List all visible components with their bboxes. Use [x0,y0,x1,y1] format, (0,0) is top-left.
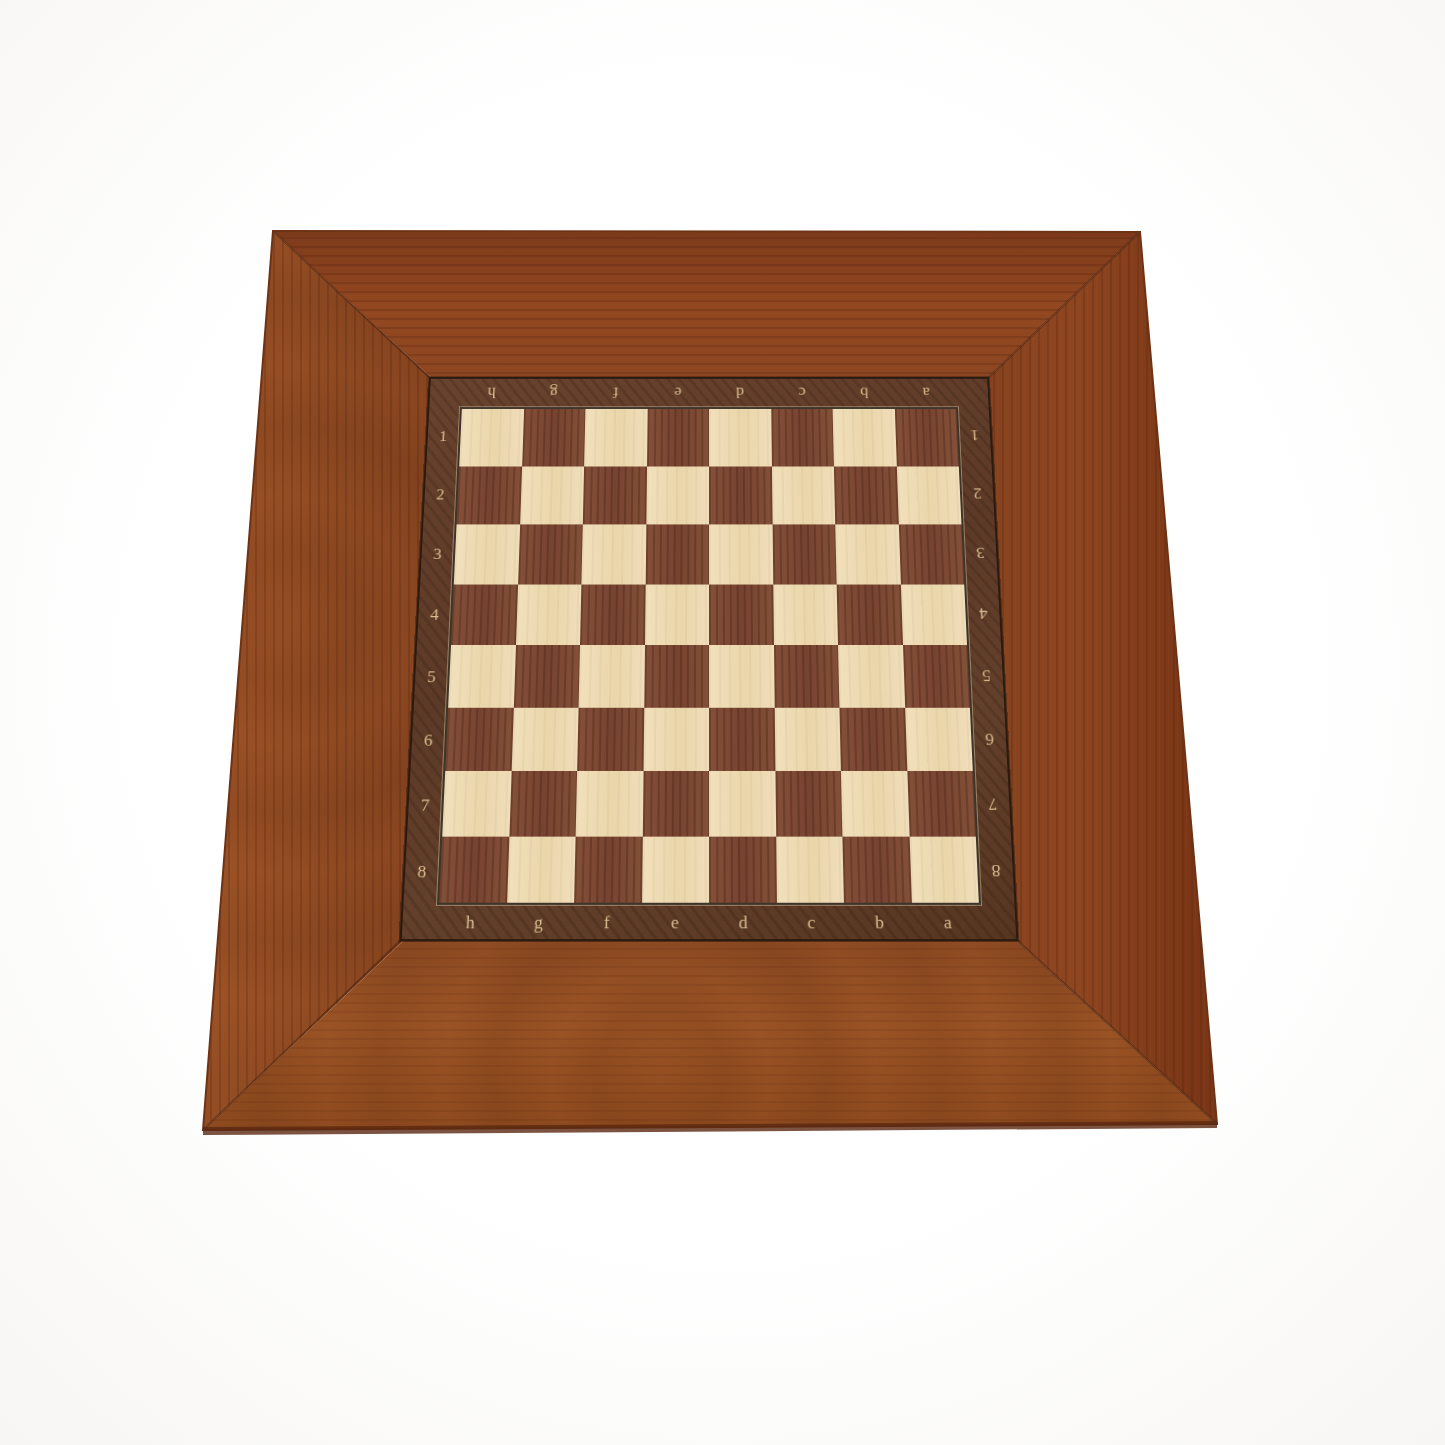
photo-canvas: hgfedcba hgfedcba 12345678 12345678 [0,0,1445,1445]
square-h7[interactable] [442,771,511,836]
rank-label-right-6: 6 [972,708,1008,772]
square-a5[interactable] [903,645,970,707]
square-c3[interactable] [772,524,836,584]
square-b8[interactable] [842,836,911,903]
square-c4[interactable] [773,584,838,645]
rank-label-right-4: 4 [966,584,1001,645]
square-b3[interactable] [835,524,900,584]
square-e1[interactable] [647,409,709,466]
square-e3[interactable] [645,524,709,584]
square-f8[interactable] [574,836,642,903]
square-g7[interactable] [509,771,577,836]
file-label-top-f: f [585,379,648,407]
chess-board: hgfedcba hgfedcba 12345678 12345678 [399,377,1018,941]
square-c5[interactable] [774,645,840,707]
rank-label-right-5: 5 [969,645,1004,708]
file-label-bottom-b: b [845,905,914,939]
square-g1[interactable] [522,409,586,466]
square-g3[interactable] [518,524,583,584]
square-f6[interactable] [577,707,644,771]
rank-label-right-8: 8 [978,838,1015,905]
file-label-top-g: g [522,379,585,407]
file-labels-bottom: hgfedcba [435,905,982,939]
square-h1[interactable] [459,409,523,466]
square-d3[interactable] [709,524,773,584]
square-c7[interactable] [775,771,842,836]
rank-label-left-6: 6 [410,708,446,772]
square-f2[interactable] [583,466,647,524]
square-e4[interactable] [645,584,710,645]
playing-area [437,407,981,905]
file-label-top-b: b [833,379,896,407]
square-f7[interactable] [576,771,643,836]
square-a3[interactable] [898,524,964,584]
square-g6[interactable] [511,707,578,771]
square-g4[interactable] [516,584,582,645]
square-b5[interactable] [838,645,905,707]
rank-label-right-1: 1 [958,407,992,465]
file-label-bottom-g: g [504,905,573,939]
square-d2[interactable] [709,466,772,524]
rank-label-left-8: 8 [403,838,440,905]
file-label-bottom-e: e [641,905,709,939]
square-h5[interactable] [448,645,515,707]
file-label-top-c: c [771,379,834,407]
square-b4[interactable] [837,584,903,645]
square-b1[interactable] [833,409,897,466]
square-a4[interactable] [900,584,967,645]
square-c6[interactable] [774,707,841,771]
rank-label-left-7: 7 [407,772,443,838]
square-d4[interactable] [709,584,774,645]
square-d5[interactable] [709,645,774,707]
square-b2[interactable] [834,466,898,524]
rank-label-left-3: 3 [420,523,454,583]
square-e6[interactable] [643,707,709,771]
file-label-bottom-f: f [572,905,641,939]
square-a6[interactable] [905,707,973,771]
file-label-bottom-h: h [435,905,505,939]
square-f5[interactable] [579,645,645,707]
square-d7[interactable] [709,771,776,836]
square-h2[interactable] [457,466,522,524]
file-label-bottom-a: a [913,905,983,939]
square-e8[interactable] [642,836,709,903]
square-a8[interactable] [909,836,979,903]
square-g8[interactable] [507,836,576,903]
square-g5[interactable] [513,645,580,707]
square-h4[interactable] [451,584,518,645]
rank-label-left-2: 2 [423,465,457,524]
square-e2[interactable] [646,466,709,524]
file-label-top-h: h [460,379,523,407]
file-label-top-e: e [647,379,709,407]
file-label-top-d: d [709,379,771,407]
rank-label-left-4: 4 [417,584,452,645]
square-e5[interactable] [644,645,709,707]
square-f3[interactable] [581,524,645,584]
square-c1[interactable] [771,409,834,466]
rank-label-left-1: 1 [426,407,460,465]
square-g2[interactable] [520,466,584,524]
square-f4[interactable] [580,584,645,645]
square-c8[interactable] [776,836,844,903]
square-e7[interactable] [642,771,709,836]
rank-label-left-5: 5 [414,645,449,708]
file-label-bottom-c: c [777,905,846,939]
rank-label-right-3: 3 [963,523,997,583]
square-b7[interactable] [841,771,909,836]
square-c2[interactable] [771,466,835,524]
square-d8[interactable] [709,836,776,903]
square-d1[interactable] [709,409,771,466]
square-f1[interactable] [584,409,647,466]
square-h8[interactable] [439,836,509,903]
square-b6[interactable] [839,707,906,771]
square-a2[interactable] [896,466,961,524]
file-label-bottom-d: d [709,905,777,939]
rank-label-right-2: 2 [961,465,995,524]
file-label-top-a: a [895,379,958,407]
square-a1[interactable] [894,409,958,466]
square-h6[interactable] [445,707,513,771]
square-h3[interactable] [454,524,520,584]
file-labels-top: hgfedcba [460,379,958,407]
square-a7[interactable] [907,771,976,836]
rank-label-right-7: 7 [975,772,1011,838]
square-d6[interactable] [709,707,775,771]
